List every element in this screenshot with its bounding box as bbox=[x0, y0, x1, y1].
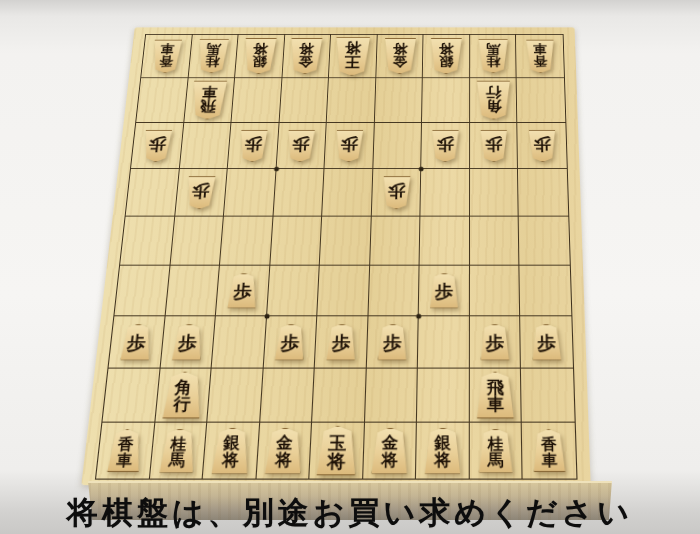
piece-shadow-wrap: 歩 bbox=[429, 273, 459, 308]
piece-kanji: 車 bbox=[533, 43, 547, 55]
board-cell[interactable]: 金将 bbox=[282, 35, 331, 78]
board-grid: 香車桂馬銀将金将王将金将銀将桂馬香車飛車角行歩歩歩歩歩歩歩歩歩歩歩歩歩歩歩歩歩歩… bbox=[95, 34, 578, 480]
board-cell[interactable]: 歩 bbox=[419, 266, 470, 317]
board-cell[interactable]: 歩 bbox=[160, 316, 216, 368]
board-cell[interactable] bbox=[102, 369, 160, 423]
board-cell[interactable] bbox=[179, 123, 231, 169]
piece-pawn-gote[interactable]: 歩 bbox=[286, 129, 316, 161]
board-cell[interactable] bbox=[224, 169, 276, 217]
board-cell[interactable]: 歩 bbox=[175, 169, 228, 217]
piece-lance-sente[interactable]: 香車 bbox=[532, 429, 566, 472]
piece-kanji: 香 bbox=[159, 55, 174, 67]
piece-kanji: 玉 bbox=[328, 434, 347, 452]
piece-kanji: 将 bbox=[221, 452, 239, 469]
board-cell[interactable] bbox=[320, 217, 372, 266]
board-cell[interactable]: 歩 bbox=[367, 316, 420, 368]
board-cell[interactable]: 香車 bbox=[516, 35, 564, 78]
piece-kanji: 歩 bbox=[537, 334, 556, 352]
board-cell[interactable] bbox=[170, 217, 224, 266]
board-cell[interactable]: 桂馬 bbox=[470, 35, 517, 78]
piece-shadow-wrap: 香車 bbox=[525, 39, 555, 72]
board-cell[interactable]: 王将 bbox=[329, 35, 377, 78]
board-cell[interactable] bbox=[126, 169, 180, 217]
board-cell[interactable]: 香車 bbox=[141, 35, 192, 78]
board-cell[interactable]: 歩 bbox=[470, 316, 522, 368]
piece-shadow-wrap: 歩 bbox=[120, 324, 154, 360]
piece-kanji: 香 bbox=[541, 436, 557, 452]
piece-king-gote[interactable]: 王将 bbox=[334, 37, 371, 75]
piece-shadow-wrap: 歩 bbox=[431, 129, 459, 161]
board-cell[interactable] bbox=[114, 266, 170, 317]
piece-pawn-gote[interactable]: 歩 bbox=[141, 129, 172, 161]
board-cell[interactable]: 歩 bbox=[276, 123, 327, 169]
piece-kanji: 歩 bbox=[292, 136, 310, 152]
piece-gold-gote[interactable]: 金将 bbox=[383, 38, 417, 74]
piece-kanji: 飛 bbox=[200, 99, 217, 113]
piece-shadow-wrap: 歩 bbox=[381, 176, 410, 209]
piece-kanji: 銀 bbox=[439, 55, 454, 68]
photo-backdrop: 香車桂馬銀将金将王将金将銀将桂馬香車飛車角行歩歩歩歩歩歩歩歩歩歩歩歩歩歩歩歩歩歩… bbox=[0, 0, 700, 534]
board-cell[interactable]: 歩 bbox=[372, 169, 422, 217]
piece-shadow-wrap: 角行 bbox=[475, 81, 511, 120]
board-cell[interactable] bbox=[273, 169, 325, 217]
piece-shadow-wrap: 金将 bbox=[370, 427, 409, 473]
board-cell[interactable]: 銀将 bbox=[416, 423, 469, 479]
piece-shadow-wrap: 歩 bbox=[171, 324, 204, 360]
board-cell[interactable]: 角行 bbox=[470, 78, 518, 123]
piece-kanji: 歩 bbox=[383, 334, 402, 352]
piece-pawn-gote[interactable]: 歩 bbox=[238, 129, 268, 161]
board-cell[interactable] bbox=[212, 316, 267, 368]
piece-kanji: 車 bbox=[487, 396, 504, 413]
piece-kanji: 歩 bbox=[280, 334, 300, 352]
board-cell[interactable]: 歩 bbox=[108, 316, 165, 368]
board-cell[interactable] bbox=[518, 169, 568, 217]
board-cell[interactable] bbox=[373, 123, 422, 169]
piece-kanji: 将 bbox=[381, 452, 398, 469]
board-cell[interactable]: 歩 bbox=[315, 316, 368, 368]
piece-pawn-gote[interactable]: 歩 bbox=[528, 129, 557, 161]
board-cell[interactable] bbox=[327, 78, 376, 123]
piece-kanji: 桂 bbox=[486, 55, 500, 68]
piece-pawn-sente[interactable]: 歩 bbox=[480, 324, 510, 360]
piece-kanji: 将 bbox=[392, 42, 407, 55]
piece-shadow-wrap: 銀将 bbox=[211, 427, 252, 473]
piece-pawn-sente[interactable]: 歩 bbox=[429, 273, 459, 308]
board-cell[interactable]: 歩 bbox=[263, 316, 317, 368]
board-cell[interactable] bbox=[370, 217, 421, 266]
piece-shadow-wrap: 歩 bbox=[377, 324, 408, 360]
piece-shadow-wrap: 角行 bbox=[161, 372, 204, 419]
board-cell[interactable] bbox=[136, 78, 188, 123]
piece-shadow-wrap: 桂馬 bbox=[477, 39, 508, 73]
board-cell[interactable] bbox=[470, 217, 520, 266]
piece-shadow-wrap: 香車 bbox=[106, 429, 144, 472]
piece-shadow-wrap: 香車 bbox=[532, 429, 566, 472]
star-point bbox=[416, 314, 421, 319]
piece-kanji: 行 bbox=[485, 85, 501, 99]
piece-kanji: 馬 bbox=[168, 452, 186, 468]
piece-shadow-wrap: 歩 bbox=[286, 129, 316, 161]
board-cell[interactable]: 飛車 bbox=[184, 78, 235, 123]
piece-gold-sente[interactable]: 金将 bbox=[264, 427, 304, 473]
piece-pawn-gote[interactable]: 歩 bbox=[381, 176, 410, 209]
board-cell[interactable]: 歩 bbox=[131, 123, 184, 169]
piece-kanji: 歩 bbox=[533, 136, 551, 152]
board-cell[interactable]: 歩 bbox=[518, 123, 567, 169]
board-cell[interactable] bbox=[517, 78, 565, 123]
board-cell[interactable] bbox=[312, 369, 366, 423]
piece-kanji: 金 bbox=[298, 55, 313, 68]
board-cell[interactable] bbox=[470, 266, 521, 317]
board-cell[interactable]: 歩 bbox=[216, 266, 270, 317]
board-cell[interactable] bbox=[232, 78, 283, 123]
piece-kanji: 将 bbox=[345, 41, 362, 55]
board-cell[interactable] bbox=[470, 169, 519, 217]
piece-shadow-wrap: 歩 bbox=[528, 129, 557, 161]
piece-pawn-gote[interactable]: 歩 bbox=[185, 176, 216, 209]
piece-kanji: 銀 bbox=[252, 55, 268, 68]
piece-shadow-wrap: 歩 bbox=[479, 129, 507, 161]
piece-rook-gote[interactable]: 飛車 bbox=[190, 81, 229, 120]
piece-kanji: 車 bbox=[160, 43, 175, 55]
board-cell[interactable]: 金将 bbox=[363, 423, 417, 479]
piece-kanji: 歩 bbox=[233, 283, 253, 301]
board-cell[interactable] bbox=[207, 369, 263, 423]
board-cell[interactable] bbox=[420, 217, 470, 266]
board-cell[interactable]: 香車 bbox=[96, 423, 155, 479]
piece-kanji: 歩 bbox=[126, 334, 146, 352]
piece-rook-sente[interactable]: 飛車 bbox=[476, 372, 515, 419]
board-cell[interactable] bbox=[317, 266, 369, 317]
board-cell[interactable]: 桂馬 bbox=[149, 423, 207, 479]
board-cell[interactable]: 歩 bbox=[325, 123, 375, 169]
piece-kanji: 角 bbox=[485, 99, 501, 113]
piece-knight-sente[interactable]: 桂馬 bbox=[158, 428, 197, 472]
piece-shadow-wrap: 金将 bbox=[264, 427, 304, 473]
piece-shadow-wrap: 歩 bbox=[325, 324, 356, 360]
board-cell[interactable] bbox=[521, 369, 574, 423]
board-cell[interactable] bbox=[267, 266, 320, 317]
piece-kanji: 将 bbox=[253, 42, 268, 55]
piece-shadow-wrap: 玉将 bbox=[315, 426, 358, 475]
board-cell[interactable] bbox=[421, 169, 470, 217]
piece-shadow-wrap: 歩 bbox=[238, 129, 268, 161]
board-cell[interactable]: 歩 bbox=[470, 123, 518, 169]
piece-kanji: 歩 bbox=[148, 136, 167, 152]
board-cell[interactable] bbox=[365, 369, 418, 423]
piece-shadow-wrap: 歩 bbox=[480, 324, 510, 360]
board-cell[interactable] bbox=[422, 78, 470, 123]
piece-shadow-wrap: 桂馬 bbox=[478, 428, 514, 472]
piece-shadow-wrap: 香車 bbox=[150, 39, 183, 72]
board-cell[interactable]: 金将 bbox=[376, 35, 424, 78]
piece-pawn-sente[interactable]: 歩 bbox=[531, 324, 562, 360]
board-cell[interactable]: 銀将 bbox=[235, 35, 285, 78]
board-cell[interactable] bbox=[519, 217, 570, 266]
piece-pawn-gote[interactable]: 歩 bbox=[335, 129, 364, 161]
piece-pawn-sente[interactable]: 歩 bbox=[325, 324, 356, 360]
piece-kanji: 馬 bbox=[488, 452, 504, 468]
board-cell[interactable]: 銀将 bbox=[423, 35, 470, 78]
piece-pawn-sente[interactable]: 歩 bbox=[274, 324, 306, 360]
piece-shadow-wrap: 銀将 bbox=[424, 427, 462, 473]
piece-shadow-wrap: 金将 bbox=[289, 38, 324, 74]
piece-kanji: 将 bbox=[299, 42, 314, 55]
piece-pawn-sente[interactable]: 歩 bbox=[120, 324, 154, 360]
board-cell[interactable]: 桂馬 bbox=[188, 35, 238, 78]
piece-silver-sente[interactable]: 銀将 bbox=[211, 427, 252, 473]
piece-pawn-gote[interactable]: 歩 bbox=[431, 129, 459, 161]
piece-shadow-wrap: 桂馬 bbox=[158, 428, 197, 472]
shogi-board: 香車桂馬銀将金将王将金将銀将桂馬香車飛車角行歩歩歩歩歩歩歩歩歩歩歩歩歩歩歩歩歩歩… bbox=[81, 27, 590, 485]
piece-pawn-sente[interactable]: 歩 bbox=[227, 273, 259, 308]
piece-kanji: 行 bbox=[173, 396, 192, 413]
piece-shadow-wrap: 金将 bbox=[383, 38, 417, 74]
piece-kanji: 将 bbox=[275, 452, 293, 469]
piece-shadow-wrap: 歩 bbox=[141, 129, 172, 161]
piece-kanji: 将 bbox=[327, 452, 346, 470]
board-cell[interactable]: 飛車 bbox=[470, 369, 522, 423]
piece-knight-sente[interactable]: 桂馬 bbox=[478, 428, 514, 472]
piece-lance-gote[interactable]: 香車 bbox=[525, 39, 555, 72]
piece-kanji: 将 bbox=[434, 452, 451, 469]
piece-kanji: 歩 bbox=[485, 136, 503, 152]
piece-kanji: 王 bbox=[344, 55, 361, 69]
piece-kanji: 将 bbox=[439, 42, 454, 55]
piece-lance-sente[interactable]: 香車 bbox=[106, 429, 144, 472]
board-cell[interactable] bbox=[520, 266, 572, 317]
piece-kanji: 香 bbox=[533, 55, 547, 67]
piece-pawn-gote[interactable]: 歩 bbox=[479, 129, 507, 161]
piece-kanji: 桂 bbox=[205, 55, 220, 68]
board-cell[interactable] bbox=[260, 369, 315, 423]
piece-kanji: 歩 bbox=[486, 334, 505, 352]
piece-shadow-wrap: 銀将 bbox=[430, 38, 463, 74]
piece-shadow-wrap: 歩 bbox=[335, 129, 364, 161]
piece-knight-gote[interactable]: 桂馬 bbox=[477, 39, 508, 73]
piece-kanji: 歩 bbox=[244, 136, 263, 152]
piece-silver-gote[interactable]: 銀将 bbox=[242, 38, 278, 74]
board-cell[interactable]: 玉将 bbox=[310, 423, 365, 479]
piece-gold-gote[interactable]: 金将 bbox=[289, 38, 324, 74]
board-cell[interactable] bbox=[417, 369, 470, 423]
piece-knight-gote[interactable]: 桂馬 bbox=[196, 39, 230, 73]
piece-kanji: 金 bbox=[392, 55, 407, 68]
piece-kanji: 車 bbox=[116, 452, 133, 468]
piece-bishop-sente[interactable]: 角行 bbox=[161, 372, 204, 419]
piece-kanji: 歩 bbox=[387, 183, 405, 199]
piece-kanji: 歩 bbox=[177, 334, 197, 352]
piece-kanji: 歩 bbox=[192, 183, 211, 199]
piece-kanji: 歩 bbox=[435, 283, 453, 301]
piece-kanji: 馬 bbox=[486, 42, 500, 54]
piece-shadow-wrap: 王将 bbox=[334, 37, 371, 75]
board-cell[interactable]: 香車 bbox=[522, 423, 576, 479]
board-cell[interactable] bbox=[220, 217, 273, 266]
board-cell[interactable] bbox=[279, 78, 329, 123]
piece-pawn-sente[interactable]: 歩 bbox=[171, 324, 204, 360]
piece-shadow-wrap: 桂馬 bbox=[196, 39, 230, 73]
star-point bbox=[419, 167, 424, 172]
piece-shadow-wrap: 歩 bbox=[531, 324, 562, 360]
piece-kanji: 歩 bbox=[437, 136, 455, 152]
piece-lance-gote[interactable]: 香車 bbox=[150, 39, 183, 72]
piece-bishop-gote[interactable]: 角行 bbox=[475, 81, 511, 120]
piece-shadow-wrap: 歩 bbox=[227, 273, 259, 308]
piece-kanji: 馬 bbox=[206, 42, 221, 54]
board-cell[interactable]: 歩 bbox=[521, 316, 573, 368]
board-cell[interactable] bbox=[322, 169, 373, 217]
piece-shadow-wrap: 歩 bbox=[185, 176, 216, 209]
piece-kanji: 香 bbox=[117, 436, 134, 452]
board-cell[interactable]: 歩 bbox=[228, 123, 279, 169]
board-cell[interactable]: 角行 bbox=[155, 369, 212, 423]
piece-kanji: 歩 bbox=[340, 136, 358, 152]
piece-king-sente[interactable]: 玉将 bbox=[315, 426, 358, 475]
piece-silver-sente[interactable]: 銀将 bbox=[424, 427, 462, 473]
board-cell[interactable]: 金将 bbox=[256, 423, 312, 479]
piece-silver-gote[interactable]: 銀将 bbox=[430, 38, 463, 74]
board-cell[interactable]: 銀将 bbox=[203, 423, 260, 479]
piece-kanji: 車 bbox=[541, 452, 557, 468]
board-cell[interactable]: 桂馬 bbox=[470, 423, 523, 479]
piece-shadow-wrap: 歩 bbox=[274, 324, 306, 360]
board-cell[interactable] bbox=[120, 217, 175, 266]
board-cell[interactable] bbox=[270, 217, 322, 266]
piece-gold-sente[interactable]: 金将 bbox=[370, 427, 409, 473]
piece-shadow-wrap: 銀将 bbox=[242, 38, 278, 74]
caption-text: 将棋盤は、別途お買い求めください bbox=[0, 492, 700, 534]
piece-shadow-wrap: 飛車 bbox=[190, 81, 229, 120]
board-cell[interactable] bbox=[418, 316, 470, 368]
board-cell[interactable] bbox=[375, 78, 423, 123]
piece-shadow-wrap: 飛車 bbox=[476, 372, 515, 419]
board-cell[interactable]: 歩 bbox=[422, 123, 470, 169]
piece-kanji: 車 bbox=[201, 85, 218, 99]
piece-kanji: 歩 bbox=[332, 334, 351, 352]
piece-pawn-sente[interactable]: 歩 bbox=[377, 324, 408, 360]
board-cell[interactable] bbox=[165, 266, 220, 317]
board-cell[interactable] bbox=[368, 266, 420, 317]
